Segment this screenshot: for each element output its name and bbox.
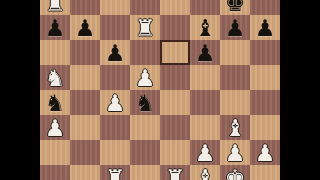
square-h3 (250, 115, 280, 140)
piece-white-pawn: ♟ (40, 115, 70, 140)
square-g3: ♝ (220, 115, 250, 140)
square-h8 (250, 0, 280, 15)
piece-black-knight: ♞ (130, 90, 160, 115)
piece-black-pawn: ♟ (220, 15, 250, 40)
piece-white-pawn: ♟ (100, 90, 130, 115)
square-f5 (190, 65, 220, 90)
letterbox-left (0, 0, 40, 180)
square-c3 (100, 115, 130, 140)
square-c5 (100, 65, 130, 90)
piece-black-pawn: ♟ (40, 15, 70, 40)
piece-white-pawn: ♟ (250, 140, 280, 165)
piece-black-pawn: ♟ (100, 40, 130, 65)
square-a8: ♜ (40, 0, 70, 15)
square-f6: ♟ (190, 40, 220, 65)
piece-white-knight: ♞ (40, 65, 70, 90)
piece-black-pawn: ♟ (250, 15, 280, 40)
square-g7: ♟ (220, 15, 250, 40)
square-a2 (40, 140, 70, 165)
piece-black-bishop: ♝ (190, 15, 220, 40)
square-h4 (250, 90, 280, 115)
square-b2 (70, 140, 100, 165)
square-c2 (100, 140, 130, 165)
square-d2 (130, 140, 160, 165)
square-a3: ♟ (40, 115, 70, 140)
square-h1 (250, 165, 280, 180)
square-c6: ♟ (100, 40, 130, 65)
square-d7: ♜ (130, 15, 160, 40)
piece-black-pawn: ♟ (70, 15, 100, 40)
piece-white-rook: ♜ (40, 0, 70, 15)
square-a4: ♞ (40, 90, 70, 115)
piece-black-knight: ♞ (40, 90, 70, 115)
square-e2 (160, 140, 190, 165)
square-e3 (160, 115, 190, 140)
square-a5: ♞ (40, 65, 70, 90)
square-c1: ♜ (100, 165, 130, 180)
square-c8 (100, 0, 130, 15)
square-f2: ♟ (190, 140, 220, 165)
square-d5: ♟ (130, 65, 160, 90)
square-a1 (40, 165, 70, 180)
piece-white-rook: ♜ (160, 165, 190, 180)
square-c7 (100, 15, 130, 40)
square-h7: ♟ (250, 15, 280, 40)
square-d4: ♞ (130, 90, 160, 115)
square-b8 (70, 0, 100, 15)
piece-white-pawn: ♟ (130, 65, 160, 90)
square-e8 (160, 0, 190, 15)
piece-white-pawn: ♟ (220, 140, 250, 165)
square-b4 (70, 90, 100, 115)
square-d3 (130, 115, 160, 140)
piece-white-pawn: ♟ (190, 140, 220, 165)
square-g1: ♚ (220, 165, 250, 180)
square-f8 (190, 0, 220, 15)
square-b7: ♟ (70, 15, 100, 40)
square-a6 (40, 40, 70, 65)
square-h5 (250, 65, 280, 90)
square-d8 (130, 0, 160, 15)
square-e6 (160, 40, 190, 65)
square-a7: ♟ (40, 15, 70, 40)
square-g4 (220, 90, 250, 115)
square-g6 (220, 40, 250, 65)
square-e4 (160, 90, 190, 115)
square-f4 (190, 90, 220, 115)
square-f1: ♝ (190, 165, 220, 180)
square-c4: ♟ (100, 90, 130, 115)
piece-white-rook: ♜ (130, 15, 160, 40)
square-h2: ♟ (250, 140, 280, 165)
piece-black-king: ♚ (220, 0, 250, 15)
piece-white-rook: ♜ (100, 165, 130, 180)
piece-white-king: ♚ (220, 165, 250, 180)
square-b1 (70, 165, 100, 180)
square-d1 (130, 165, 160, 180)
square-g8: ♚ (220, 0, 250, 15)
square-h6 (250, 40, 280, 65)
square-g5 (220, 65, 250, 90)
square-f3 (190, 115, 220, 140)
square-e7 (160, 15, 190, 40)
piece-white-bishop: ♝ (220, 115, 250, 140)
square-e5 (160, 65, 190, 90)
square-b6 (70, 40, 100, 65)
square-e1: ♜ (160, 165, 190, 180)
square-f7: ♝ (190, 15, 220, 40)
piece-black-pawn: ♟ (190, 40, 220, 65)
piece-white-bishop: ♝ (190, 165, 220, 180)
chess-board: ♜♚♟♟♜♝♟♟♟♟♞♟♞♟♞♟♝♟♟♟♜♜♝♚ (40, 0, 280, 180)
video-frame: ♜♚♟♟♜♝♟♟♟♟♞♟♞♟♞♟♝♟♟♟♜♜♝♚ (0, 0, 320, 180)
letterbox-right (280, 0, 320, 180)
square-g2: ♟ (220, 140, 250, 165)
square-b5 (70, 65, 100, 90)
square-d6 (130, 40, 160, 65)
square-b3 (70, 115, 100, 140)
